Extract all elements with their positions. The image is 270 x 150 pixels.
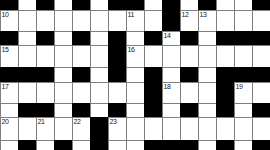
white-cell[interactable] [90,67,108,82]
white-cell[interactable] [72,45,90,67]
white-cell[interactable] [36,10,54,31]
black-cell [18,140,36,150]
black-cell [108,67,126,82]
white-cell[interactable] [54,10,72,31]
white-cell[interactable] [72,140,90,150]
white-cell[interactable] [126,31,144,45]
black-cell [252,31,270,45]
white-cell[interactable] [54,31,72,45]
black-cell [0,67,18,82]
black-cell [108,31,126,45]
white-cell[interactable] [180,117,198,140]
crossword-grid: 1011121314151617181920212223 [0,0,270,150]
white-cell[interactable] [144,45,162,67]
white-cell[interactable] [216,0,234,10]
white-cell[interactable] [144,10,162,31]
white-cell[interactable] [54,82,72,103]
black-cell [162,140,180,150]
black-cell [54,140,72,150]
white-cell[interactable] [180,0,198,10]
white-cell[interactable] [108,82,126,103]
crossword-screenshot: 1011121314151617181920212223 [0,0,270,150]
black-cell [90,140,108,150]
white-cell[interactable] [162,117,180,140]
clue-number: 10 [2,11,9,18]
black-cell [162,10,180,31]
white-cell[interactable] [144,117,162,140]
white-cell[interactable] [18,82,36,103]
clue-number: 15 [2,46,9,53]
black-cell [252,140,270,150]
white-cell[interactable] [162,67,180,82]
black-cell [144,67,162,82]
black-cell [36,67,54,82]
black-cell [108,45,126,67]
white-cell[interactable] [126,82,144,103]
white-cell[interactable] [252,82,270,103]
black-cell [216,140,234,150]
black-cell [234,31,252,45]
black-cell [18,103,36,117]
white-cell[interactable] [36,82,54,103]
black-cell [72,67,90,82]
white-cell[interactable] [234,103,252,117]
clue-number: 14 [164,32,171,39]
white-cell[interactable]: 11 [126,10,144,31]
white-cell[interactable] [90,82,108,103]
black-cell [180,103,198,117]
white-cell[interactable] [144,0,162,10]
black-cell [144,103,162,117]
black-cell [180,67,198,82]
black-cell [216,67,234,82]
black-cell [18,67,36,82]
white-cell[interactable] [72,10,90,31]
white-cell[interactable] [216,10,234,31]
black-cell [72,31,90,45]
white-cell[interactable] [162,103,180,117]
white-cell[interactable] [162,45,180,67]
black-cell [108,0,126,10]
white-cell[interactable] [198,82,216,103]
white-cell[interactable] [126,103,144,117]
black-cell [252,0,270,10]
white-cell[interactable] [90,31,108,45]
clue-number: 11 [128,11,135,18]
white-cell[interactable]: 19 [234,82,252,103]
white-cell[interactable] [18,117,36,140]
white-cell[interactable]: 18 [162,82,180,103]
clue-number: 22 [74,118,81,125]
white-cell[interactable] [252,45,270,67]
black-cell [252,103,270,117]
white-cell[interactable] [90,0,108,10]
black-cell [0,31,18,45]
white-cell[interactable]: 13 [198,10,216,31]
white-cell[interactable] [36,140,54,150]
white-cell[interactable] [198,45,216,67]
white-cell[interactable] [216,45,234,67]
black-cell [162,0,180,10]
white-cell[interactable] [234,0,252,10]
black-cell [36,31,54,45]
white-cell[interactable] [54,117,72,140]
clue-number: 19 [236,83,243,90]
white-cell[interactable] [0,140,18,150]
black-cell [252,67,270,82]
black-cell [36,103,54,117]
black-cell [36,0,54,10]
white-cell[interactable] [234,45,252,67]
white-cell[interactable] [108,140,126,150]
white-cell[interactable]: 21 [36,117,54,140]
black-cell [216,82,234,103]
white-cell[interactable]: 17 [0,82,18,103]
black-cell [144,31,162,45]
white-cell[interactable] [54,103,72,117]
white-cell[interactable] [126,67,144,82]
black-cell [180,31,198,45]
white-cell[interactable] [54,67,72,82]
white-cell[interactable] [180,45,198,67]
black-cell [198,0,216,10]
white-cell[interactable] [126,140,144,150]
white-cell[interactable] [198,117,216,140]
white-cell[interactable] [54,0,72,10]
clue-number: 21 [38,118,45,125]
black-cell [144,140,162,150]
white-cell[interactable] [90,45,108,67]
white-cell[interactable] [198,140,216,150]
white-cell[interactable] [180,82,198,103]
clue-number: 18 [164,83,171,90]
white-cell[interactable] [72,82,90,103]
white-cell[interactable] [18,45,36,67]
white-cell[interactable] [54,45,72,67]
white-cell[interactable] [216,117,234,140]
white-cell[interactable] [126,117,144,140]
white-cell[interactable] [90,10,108,31]
white-cell[interactable] [252,117,270,140]
white-cell[interactable] [18,10,36,31]
white-cell[interactable] [18,0,36,10]
black-cell [72,0,90,10]
white-cell[interactable]: 23 [108,117,126,140]
white-cell[interactable]: 10 [0,10,18,31]
white-cell[interactable] [234,140,252,150]
white-cell[interactable] [0,103,18,117]
white-cell[interactable] [90,103,108,117]
white-cell[interactable] [252,10,270,31]
clue-number: 23 [110,118,117,125]
clue-number: 13 [200,11,207,18]
white-cell[interactable] [234,10,252,31]
clue-number: 12 [182,11,189,18]
black-cell [90,117,108,140]
white-cell[interactable]: 20 [0,117,18,140]
black-cell [234,67,252,82]
black-cell [108,103,126,117]
white-cell[interactable] [198,103,216,117]
white-cell[interactable]: 22 [72,117,90,140]
white-cell[interactable]: 12 [180,10,198,31]
black-cell [144,82,162,103]
white-cell[interactable] [18,31,36,45]
clue-number: 17 [2,83,9,90]
black-cell [216,31,234,45]
white-cell[interactable] [108,10,126,31]
white-cell[interactable] [234,117,252,140]
black-cell [0,0,18,10]
white-cell[interactable] [198,67,216,82]
black-cell [126,0,144,10]
clue-number: 20 [2,118,9,125]
white-cell[interactable]: 15 [0,45,18,67]
black-cell [180,140,198,150]
clue-number: 16 [128,46,135,53]
white-cell[interactable] [198,31,216,45]
white-cell[interactable]: 14 [162,31,180,45]
black-cell [72,103,90,117]
white-cell[interactable] [36,45,54,67]
white-cell[interactable]: 16 [126,45,144,67]
black-cell [216,103,234,117]
